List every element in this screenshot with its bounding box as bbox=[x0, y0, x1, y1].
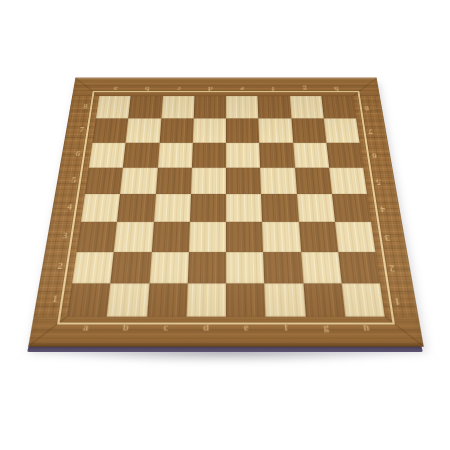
file-label-bottom-b: b bbox=[122, 323, 129, 332]
square-d8[interactable] bbox=[193, 95, 226, 118]
rank-label-right-4: 4 bbox=[379, 204, 385, 212]
square-f3[interactable] bbox=[262, 222, 300, 252]
square-c6[interactable] bbox=[157, 142, 192, 167]
square-e2[interactable] bbox=[226, 251, 264, 282]
rank-label-right-5: 5 bbox=[375, 177, 381, 184]
file-label-bottom-d: d bbox=[202, 323, 208, 332]
square-e1[interactable] bbox=[226, 283, 266, 316]
square-e8[interactable] bbox=[226, 95, 259, 118]
square-d6[interactable] bbox=[191, 142, 225, 167]
square-h7[interactable] bbox=[323, 118, 359, 142]
square-h6[interactable] bbox=[326, 142, 363, 167]
square-c4[interactable] bbox=[153, 194, 190, 222]
square-a4[interactable] bbox=[80, 194, 119, 222]
file-label-top-e: e bbox=[239, 84, 243, 90]
square-c2[interactable] bbox=[149, 251, 189, 282]
square-d3[interactable] bbox=[188, 222, 225, 252]
square-h3[interactable] bbox=[334, 222, 375, 252]
square-f5[interactable] bbox=[260, 167, 296, 193]
square-f6[interactable] bbox=[259, 142, 294, 167]
square-b2[interactable] bbox=[110, 251, 151, 282]
square-g8[interactable] bbox=[289, 95, 323, 118]
square-g6[interactable] bbox=[292, 142, 328, 167]
square-b6[interactable] bbox=[123, 142, 159, 167]
file-label-bottom-e: e bbox=[243, 323, 248, 332]
square-d1[interactable] bbox=[186, 283, 226, 316]
square-b7[interactable] bbox=[125, 118, 160, 142]
square-h5[interactable] bbox=[328, 167, 366, 193]
file-label-bottom-f: f bbox=[284, 323, 288, 332]
square-f8[interactable] bbox=[257, 95, 290, 118]
file-label-bottom-a: a bbox=[82, 323, 89, 332]
files-top: abcdefgh bbox=[99, 77, 353, 95]
rank-label-left-5: 5 bbox=[70, 177, 76, 184]
rank-label-right-3: 3 bbox=[384, 232, 390, 240]
square-h2[interactable] bbox=[337, 251, 379, 282]
square-a2[interactable] bbox=[72, 251, 114, 282]
square-a3[interactable] bbox=[76, 222, 117, 252]
square-a8[interactable] bbox=[95, 95, 130, 118]
square-d2[interactable] bbox=[187, 251, 225, 282]
square-b1[interactable] bbox=[106, 283, 148, 316]
square-a1[interactable] bbox=[67, 283, 110, 316]
file-label-top-f: f bbox=[271, 84, 274, 90]
file-label-top-a: a bbox=[113, 84, 118, 90]
rank-label-right-6: 6 bbox=[371, 151, 377, 158]
files-bottom: abcdefgh bbox=[62, 316, 388, 346]
square-c5[interactable] bbox=[155, 167, 191, 193]
rank-label-right-2: 2 bbox=[388, 262, 394, 270]
file-label-bottom-g: g bbox=[323, 323, 329, 332]
square-b4[interactable] bbox=[117, 194, 155, 222]
square-g1[interactable] bbox=[302, 283, 344, 316]
square-e4[interactable] bbox=[226, 194, 262, 222]
square-a7[interactable] bbox=[92, 118, 128, 142]
square-c7[interactable] bbox=[159, 118, 193, 142]
square-h4[interactable] bbox=[331, 194, 370, 222]
square-e5[interactable] bbox=[226, 167, 261, 193]
rank-label-left-6: 6 bbox=[74, 151, 80, 158]
square-d4[interactable] bbox=[189, 194, 225, 222]
rank-label-left-2: 2 bbox=[56, 262, 62, 270]
file-label-bottom-h: h bbox=[362, 323, 369, 332]
square-g5[interactable] bbox=[294, 167, 331, 193]
square-g7[interactable] bbox=[291, 118, 326, 142]
square-f7[interactable] bbox=[258, 118, 292, 142]
file-label-top-d: d bbox=[207, 84, 212, 90]
square-g3[interactable] bbox=[298, 222, 337, 252]
square-c1[interactable] bbox=[146, 283, 187, 316]
rank-label-right-1: 1 bbox=[393, 295, 400, 304]
file-label-top-b: b bbox=[144, 84, 149, 90]
square-f1[interactable] bbox=[264, 283, 305, 316]
square-g4[interactable] bbox=[296, 194, 334, 222]
file-label-top-h: h bbox=[333, 84, 338, 90]
square-e7[interactable] bbox=[226, 118, 259, 142]
chessboard: abcdefgh abcdefgh 87654321 87654321 bbox=[28, 77, 424, 346]
square-b3[interactable] bbox=[114, 222, 153, 252]
scene: abcdefgh abcdefgh 87654321 87654321 bbox=[0, 0, 450, 450]
square-d5[interactable] bbox=[190, 167, 225, 193]
square-e3[interactable] bbox=[226, 222, 263, 252]
square-e6[interactable] bbox=[226, 142, 260, 167]
rank-label-left-4: 4 bbox=[66, 204, 72, 212]
square-d7[interactable] bbox=[192, 118, 225, 142]
rank-label-left-3: 3 bbox=[61, 232, 67, 240]
file-label-top-c: c bbox=[176, 84, 180, 90]
square-c3[interactable] bbox=[151, 222, 189, 252]
file-label-top-g: g bbox=[302, 84, 307, 90]
rank-label-left-8: 8 bbox=[82, 104, 87, 110]
square-f4[interactable] bbox=[261, 194, 298, 222]
square-h1[interactable] bbox=[341, 283, 384, 316]
square-a5[interactable] bbox=[85, 167, 123, 193]
square-a6[interactable] bbox=[88, 142, 125, 167]
square-b8[interactable] bbox=[128, 95, 162, 118]
rank-label-right-7: 7 bbox=[367, 127, 372, 133]
file-label-bottom-c: c bbox=[163, 323, 168, 332]
rank-label-right-8: 8 bbox=[364, 104, 369, 110]
square-h8[interactable] bbox=[321, 95, 356, 118]
square-b5[interactable] bbox=[120, 167, 157, 193]
rank-label-left-7: 7 bbox=[78, 127, 83, 133]
board-squares bbox=[67, 95, 384, 316]
square-f2[interactable] bbox=[263, 251, 303, 282]
rank-label-left-1: 1 bbox=[51, 295, 58, 304]
square-g2[interactable] bbox=[300, 251, 341, 282]
square-c8[interactable] bbox=[160, 95, 193, 118]
